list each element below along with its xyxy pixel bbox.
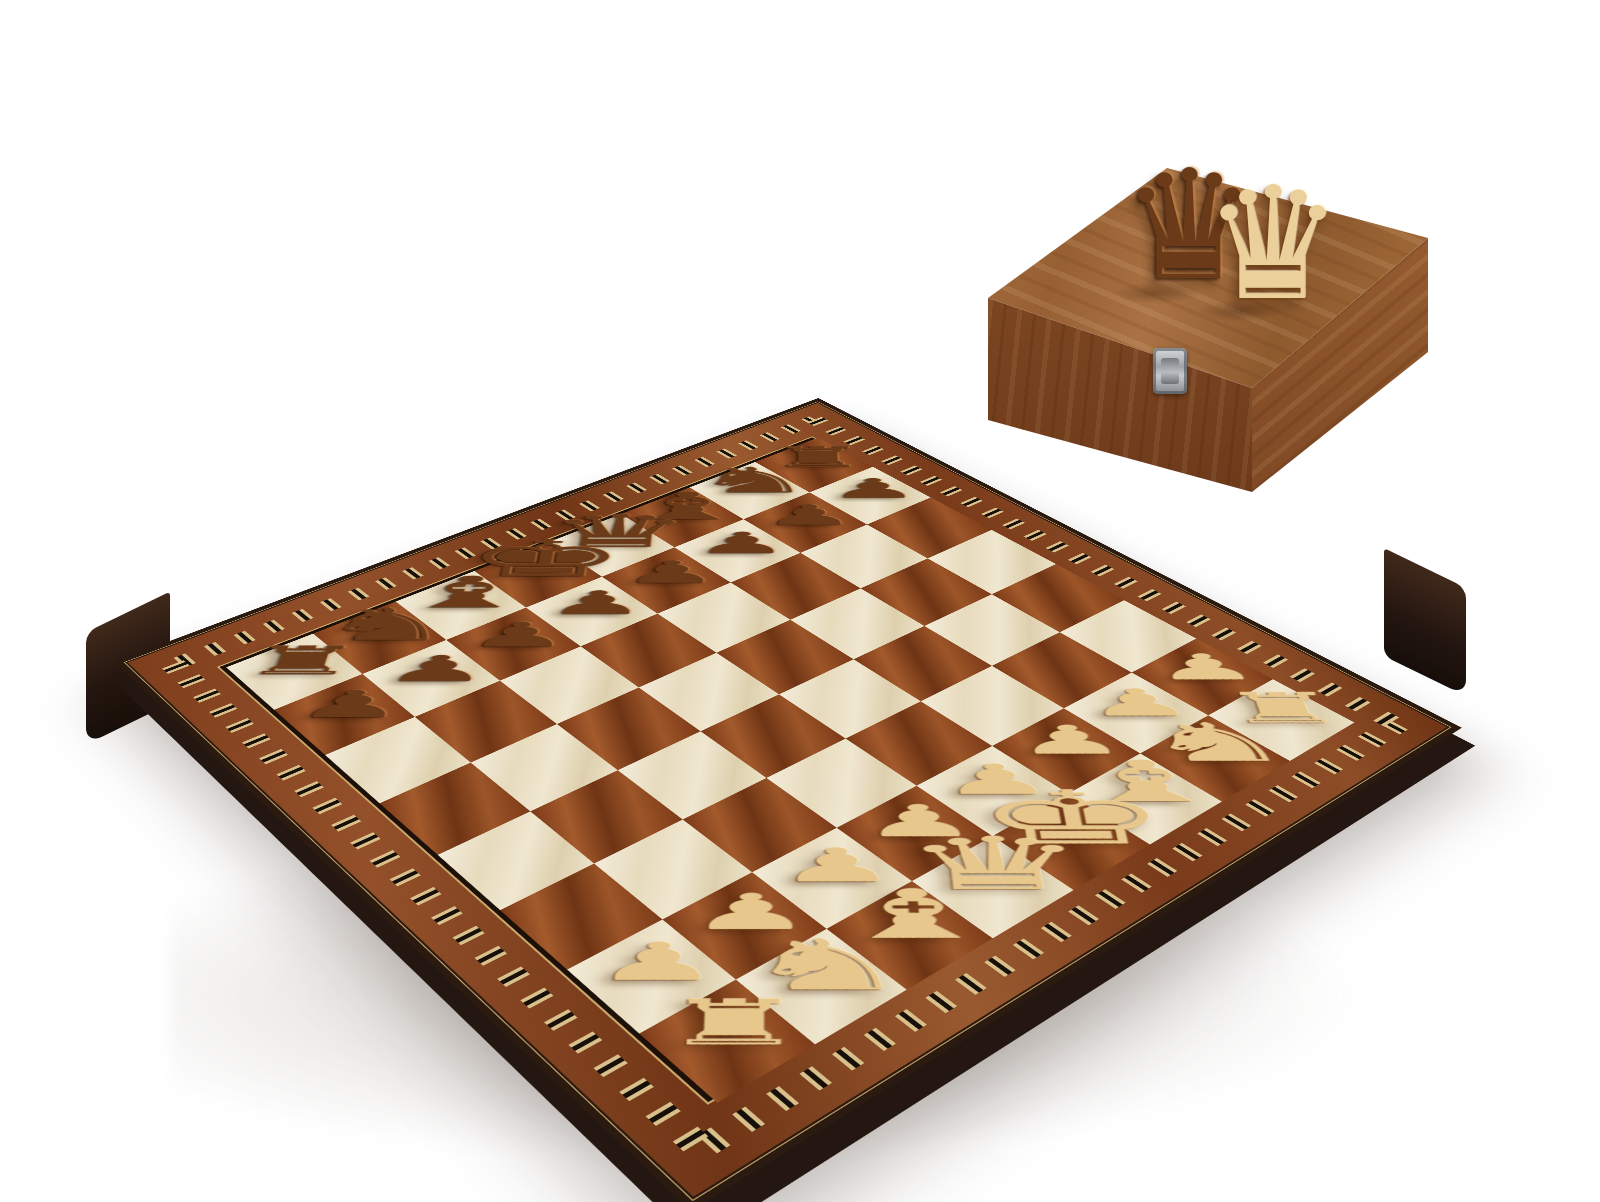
square-b4[interactable] (530, 770, 682, 863)
piece-storage-box: ♛ ♛ (975, 140, 1445, 500)
white-queen-d1[interactable]: ♛ (899, 828, 1097, 901)
black-pawn-f7[interactable]: ♟ (694, 528, 789, 557)
square-d2[interactable] (837, 786, 993, 881)
black-pawn-d7[interactable]: ♟ (545, 587, 648, 619)
square-a4[interactable] (438, 811, 594, 910)
square-b5[interactable] (471, 724, 618, 811)
white-pawn-b2[interactable]: ♟ (688, 887, 812, 936)
black-pawn-a7[interactable]: ♟ (293, 685, 411, 722)
square-b1[interactable] (736, 929, 907, 1045)
square-a1[interactable] (639, 980, 815, 1103)
square-c4[interactable] (618, 731, 767, 819)
black-pawn-g7[interactable]: ♟ (763, 501, 856, 529)
square-a2[interactable] (567, 919, 736, 1033)
white-pawn-d2[interactable]: ♟ (860, 799, 980, 843)
square-f1[interactable] (1068, 753, 1221, 844)
white-rook-a1[interactable]: ♜ (658, 991, 807, 1054)
black-rook-a8[interactable]: ♜ (237, 641, 366, 680)
square-a3[interactable] (500, 864, 662, 970)
square-e2[interactable] (917, 746, 1069, 836)
square-c2[interactable] (752, 828, 912, 929)
white-bishop-c1[interactable]: ♝ (828, 881, 1002, 949)
square-c5[interactable] (557, 687, 701, 770)
white-pawn-a2[interactable]: ♟ (592, 935, 722, 988)
box-clasp-icon[interactable] (1153, 348, 1187, 394)
white-knight-b1[interactable]: ♞ (741, 930, 914, 1001)
square-a5[interactable] (380, 763, 531, 855)
spare-white-queen[interactable]: ♛ (1203, 166, 1343, 322)
square-a6[interactable] (325, 717, 471, 803)
board-foot-right (1384, 548, 1466, 696)
black-pawn-h7[interactable]: ♟ (828, 475, 920, 502)
white-pawn-h2[interactable]: ♟ (1148, 649, 1263, 684)
white-king-e1[interactable]: ♚ (970, 781, 1180, 855)
square-b2[interactable] (662, 872, 826, 979)
black-pawn-c7[interactable]: ♟ (465, 618, 573, 652)
square-c3[interactable] (683, 778, 837, 872)
black-pawn-b7[interactable]: ♟ (381, 651, 494, 687)
square-b3[interactable] (594, 820, 752, 920)
chess-set-product-photo: ♛ ♛ ♜♞♟♝♟♛♟♚♟♝♟♟♞♟♜♟♜♟♞♟♟♝♟♚♟♛♟♝♟♞♟♜ (0, 0, 1600, 1202)
white-pawn-c2[interactable]: ♟ (778, 842, 899, 889)
square-d3[interactable] (766, 739, 916, 828)
black-pawn-e7[interactable]: ♟ (621, 557, 720, 588)
square-d4[interactable] (701, 694, 846, 778)
square-e3[interactable] (846, 701, 993, 785)
